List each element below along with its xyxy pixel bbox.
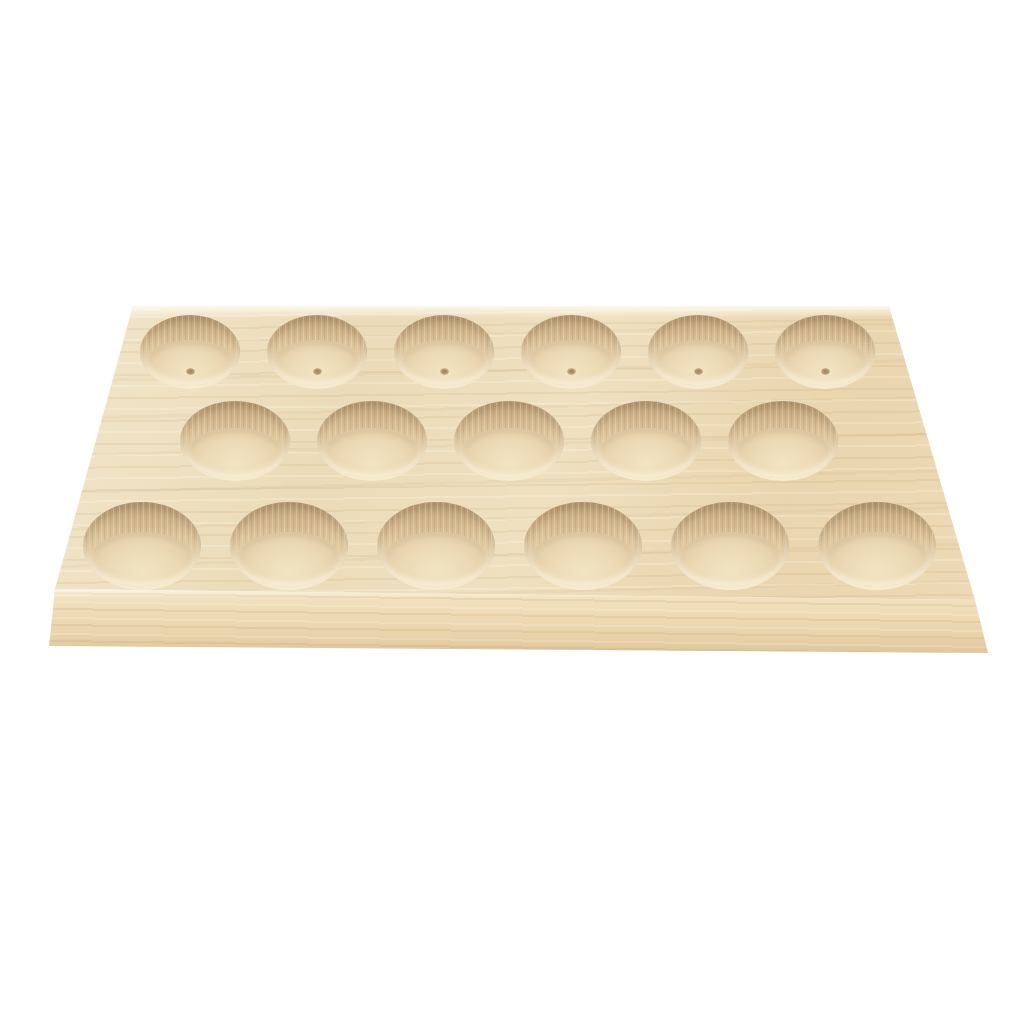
pit-r3c6[interactable] [818,502,936,590]
pit-floor [400,340,488,385]
pit-floor [384,532,488,586]
pit-r2c5[interactable] [728,401,838,481]
pit-r3c1[interactable] [83,502,201,590]
pit-r3c3[interactable] [377,502,495,590]
pit-r2c4[interactable] [591,401,701,481]
pit-floor [531,532,635,586]
pit-floor [825,532,929,586]
pit-floor [237,532,341,586]
pit-r3c2[interactable] [230,502,348,590]
pit-floor [146,340,234,385]
pit-floor [527,340,615,385]
pit-floor [461,428,558,477]
pit-r3c4[interactable] [524,502,642,590]
pit-floor [654,340,742,385]
pit-r1c2[interactable] [267,315,367,389]
pit-floor [678,532,782,586]
pit-floor [273,340,361,385]
pit-r1c3[interactable] [394,315,494,389]
pit-floor [781,340,869,385]
pit-r2c2[interactable] [317,401,427,481]
pit-r2c1[interactable] [180,401,290,481]
pit-r3c5[interactable] [671,502,789,590]
pit-r1c1[interactable] [140,315,240,389]
pit-r1c5[interactable] [648,315,748,389]
pit-floor [324,428,421,477]
pit-floor [90,532,194,586]
product-photo-stage [0,0,1024,1024]
pit-r2c3[interactable] [454,401,564,481]
pit-r1c4[interactable] [521,315,621,389]
pit-floor [735,428,832,477]
pit-floor [598,428,695,477]
pit-grid [0,0,1024,1024]
pit-r1c6[interactable] [775,315,875,389]
pit-floor [187,428,284,477]
